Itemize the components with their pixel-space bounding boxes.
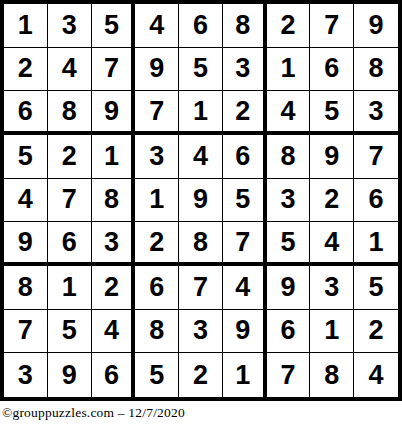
cell-r2c1: 2 [4,48,48,92]
cell-r1c9: 9 [354,4,398,48]
cell-r3c4: 7 [135,91,179,135]
sudoku-board: 1354682792479531686897124535213468974781… [0,0,402,401]
cell-r1c5: 6 [179,4,223,48]
cell-r9c5: 2 [179,353,223,397]
cell-r1c4: 4 [135,4,179,48]
cell-r2c7: 1 [267,48,311,92]
cell-r4c7: 8 [267,135,311,179]
cell-r8c7: 6 [267,310,311,354]
cell-r2c2: 4 [48,48,92,92]
cell-r9c6: 1 [223,353,267,397]
cell-r5c6: 5 [223,179,267,223]
copyright-text: ©grouppuzzles.com – 12/7/2020 [0,405,402,421]
cell-r3c2: 8 [48,91,92,135]
cell-r5c7: 3 [267,179,311,223]
cell-r3c3: 9 [92,91,136,135]
cell-r6c4: 2 [135,222,179,266]
cell-r5c9: 6 [354,179,398,223]
cell-r6c9: 1 [354,222,398,266]
cell-r6c3: 3 [92,222,136,266]
cell-r4c5: 4 [179,135,223,179]
cell-r6c8: 4 [310,222,354,266]
cell-r9c7: 7 [267,353,311,397]
cell-r7c6: 4 [223,266,267,310]
cell-r9c2: 9 [48,353,92,397]
cell-r3c9: 3 [354,91,398,135]
cell-r2c4: 9 [135,48,179,92]
cell-r1c1: 1 [4,4,48,48]
cell-r5c8: 2 [310,179,354,223]
cell-r6c5: 8 [179,222,223,266]
cell-r7c3: 2 [92,266,136,310]
cell-r9c8: 8 [310,353,354,397]
cell-r6c6: 7 [223,222,267,266]
cell-r2c8: 6 [310,48,354,92]
cell-r3c1: 6 [4,91,48,135]
cell-r2c9: 8 [354,48,398,92]
cell-r4c8: 9 [310,135,354,179]
cell-r8c6: 9 [223,310,267,354]
cell-r1c7: 2 [267,4,311,48]
cell-r2c6: 3 [223,48,267,92]
cell-r4c6: 6 [223,135,267,179]
cell-r8c1: 7 [4,310,48,354]
cell-r9c9: 4 [354,353,398,397]
cell-r5c5: 9 [179,179,223,223]
cell-r7c9: 5 [354,266,398,310]
cell-r4c1: 5 [4,135,48,179]
cell-r3c8: 5 [310,91,354,135]
cell-r8c4: 8 [135,310,179,354]
cell-r7c1: 8 [4,266,48,310]
cell-r5c4: 1 [135,179,179,223]
cell-r1c3: 5 [92,4,136,48]
cell-r4c3: 1 [92,135,136,179]
cell-r6c7: 5 [267,222,311,266]
cell-r2c3: 7 [92,48,136,92]
cell-r1c6: 8 [223,4,267,48]
cell-r3c5: 1 [179,91,223,135]
cell-r5c1: 4 [4,179,48,223]
cell-r6c1: 9 [4,222,48,266]
cell-r1c8: 7 [310,4,354,48]
cell-r5c2: 7 [48,179,92,223]
cell-r3c6: 2 [223,91,267,135]
cell-r4c2: 2 [48,135,92,179]
sudoku-page: 1354682792479531686897124535213468974781… [0,0,402,424]
cell-r8c9: 2 [354,310,398,354]
cell-r4c4: 3 [135,135,179,179]
cell-r7c4: 6 [135,266,179,310]
cell-r8c2: 5 [48,310,92,354]
cell-r3c7: 4 [267,91,311,135]
cell-r6c2: 6 [48,222,92,266]
cell-r1c2: 3 [48,4,92,48]
cell-r7c8: 3 [310,266,354,310]
cell-r8c5: 3 [179,310,223,354]
cell-r8c3: 4 [92,310,136,354]
cell-r9c1: 3 [4,353,48,397]
cell-r9c3: 6 [92,353,136,397]
cell-r8c8: 1 [310,310,354,354]
cell-r7c7: 9 [267,266,311,310]
cell-r7c2: 1 [48,266,92,310]
cell-r9c4: 5 [135,353,179,397]
cell-r4c9: 7 [354,135,398,179]
cell-r5c3: 8 [92,179,136,223]
cell-r2c5: 5 [179,48,223,92]
cell-r7c5: 7 [179,266,223,310]
